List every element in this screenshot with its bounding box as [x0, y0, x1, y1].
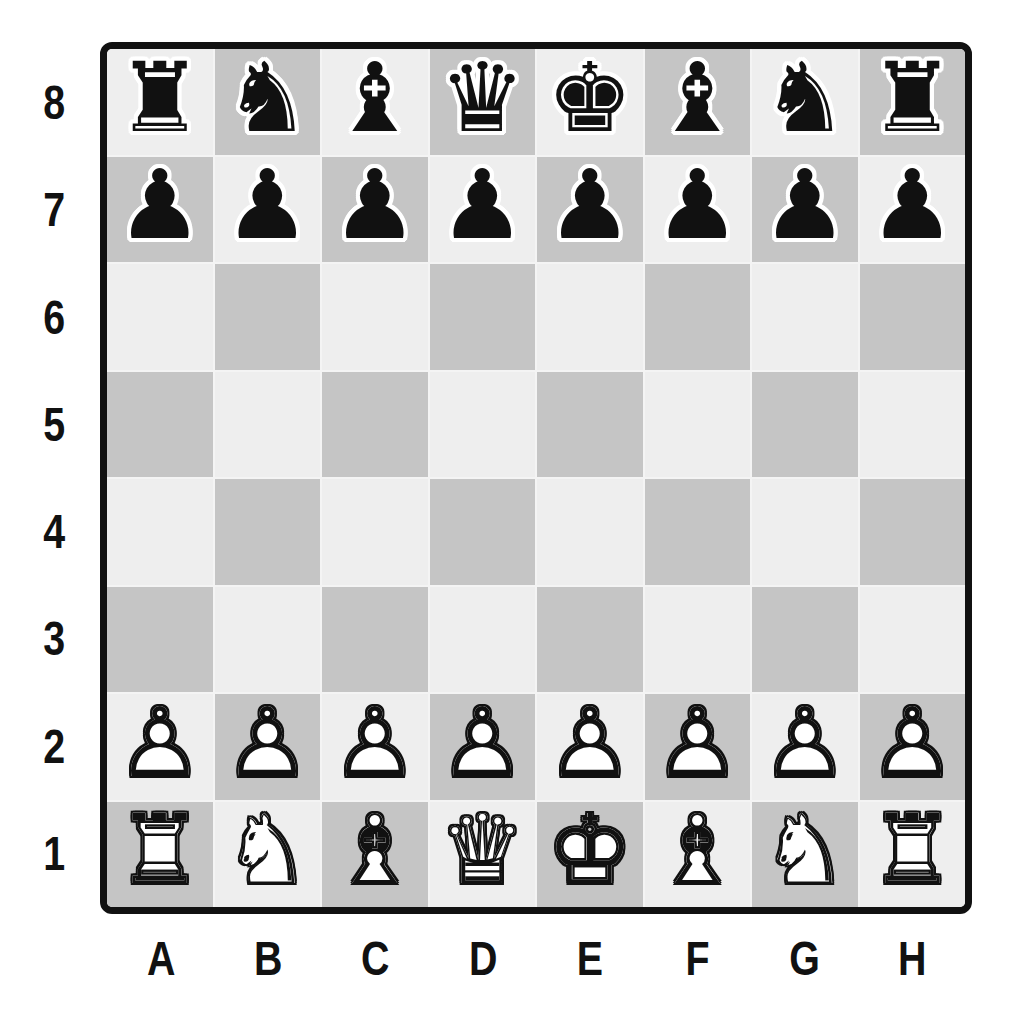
piece-white-pawn: ♟♙ — [869, 695, 955, 791]
white-piece-detail-glyph: ♙ — [654, 695, 740, 791]
piece-black-bishop: ♝ — [654, 50, 740, 146]
file-label-text: H — [898, 931, 926, 986]
black-piece-glyph: ♚ — [547, 50, 633, 146]
square-a1[interactable]: ♜♖ — [107, 802, 213, 908]
square-b3[interactable] — [215, 587, 321, 693]
piece-black-pawn: ♟ — [224, 157, 310, 253]
square-b4[interactable] — [215, 479, 321, 585]
square-f1[interactable]: ♝♗ — [645, 802, 751, 908]
piece-white-pawn: ♟♙ — [654, 695, 740, 791]
square-b2[interactable]: ♟♙ — [215, 694, 321, 800]
square-h7[interactable]: ♟ — [860, 157, 966, 263]
rank-label-text: 7 — [43, 182, 64, 237]
white-piece-detail-glyph: ♙ — [117, 695, 203, 791]
square-e5[interactable] — [537, 372, 643, 478]
black-piece-glyph: ♟ — [869, 157, 955, 253]
square-d1[interactable]: ♛♕ — [430, 802, 536, 908]
square-g2[interactable]: ♟♙ — [752, 694, 858, 800]
square-d6[interactable] — [430, 264, 536, 370]
square-d5[interactable] — [430, 372, 536, 478]
square-f2[interactable]: ♟♙ — [645, 694, 751, 800]
black-piece-glyph: ♟ — [332, 157, 418, 253]
rank-label-text: 8 — [43, 75, 64, 130]
black-piece-glyph: ♝ — [332, 50, 418, 146]
file-label-text: G — [789, 931, 819, 986]
square-f5[interactable] — [645, 372, 751, 478]
square-f4[interactable] — [645, 479, 751, 585]
square-a2[interactable]: ♟♙ — [107, 694, 213, 800]
piece-black-pawn: ♟ — [654, 157, 740, 253]
file-label-a: A — [107, 916, 214, 1000]
white-piece-detail-glyph: ♙ — [332, 695, 418, 791]
piece-black-queen: ♛ — [439, 50, 525, 146]
square-a8[interactable]: ♜ — [107, 49, 213, 155]
rank-label-text: 5 — [43, 397, 64, 452]
piece-black-pawn: ♟ — [439, 157, 525, 253]
square-c8[interactable]: ♝ — [322, 49, 428, 155]
piece-white-pawn: ♟♙ — [332, 695, 418, 791]
square-b7[interactable]: ♟ — [215, 157, 321, 263]
white-piece-detail-glyph: ♙ — [224, 695, 310, 791]
square-g5[interactable] — [752, 372, 858, 478]
piece-white-knight: ♞♘ — [224, 802, 310, 898]
square-c7[interactable]: ♟ — [322, 157, 428, 263]
square-c2[interactable]: ♟♙ — [322, 694, 428, 800]
square-g3[interactable] — [752, 587, 858, 693]
square-h3[interactable] — [860, 587, 966, 693]
piece-white-rook: ♜♖ — [869, 802, 955, 898]
square-a5[interactable] — [107, 372, 213, 478]
square-d3[interactable] — [430, 587, 536, 693]
square-d7[interactable]: ♟ — [430, 157, 536, 263]
piece-white-knight: ♞♘ — [762, 802, 848, 898]
square-g8[interactable]: ♞ — [752, 49, 858, 155]
square-b6[interactable] — [215, 264, 321, 370]
square-d8[interactable]: ♛ — [430, 49, 536, 155]
square-g1[interactable]: ♞♘ — [752, 802, 858, 908]
file-label-g: G — [751, 916, 858, 1000]
rank-label-6: 6 — [14, 264, 94, 371]
file-label-text: A — [147, 931, 175, 986]
square-f6[interactable] — [645, 264, 751, 370]
square-h5[interactable] — [860, 372, 966, 478]
white-piece-detail-glyph: ♙ — [762, 695, 848, 791]
black-piece-glyph: ♟ — [762, 157, 848, 253]
black-piece-glyph: ♞ — [762, 50, 848, 146]
black-piece-glyph: ♛ — [439, 50, 525, 146]
white-piece-detail-glyph: ♗ — [654, 802, 740, 898]
square-g4[interactable] — [752, 479, 858, 585]
rank-label-text: 6 — [43, 290, 64, 345]
black-piece-glyph: ♟ — [439, 157, 525, 253]
file-label-text: C — [361, 931, 389, 986]
black-piece-glyph: ♝ — [654, 50, 740, 146]
rank-label-1: 1 — [14, 800, 94, 907]
piece-black-rook: ♜ — [117, 50, 203, 146]
white-piece-detail-glyph: ♘ — [224, 802, 310, 898]
square-d4[interactable] — [430, 479, 536, 585]
square-d2[interactable]: ♟♙ — [430, 694, 536, 800]
square-e1[interactable]: ♚♔ — [537, 802, 643, 908]
file-labels: ABCDEFGH — [107, 916, 965, 1000]
file-label-text: D — [469, 931, 497, 986]
rank-label-3: 3 — [14, 585, 94, 692]
chess-board: ♜♞♝♛♚♝♞♜♟♟♟♟♟♟♟♟♟♙♟♙♟♙♟♙♟♙♟♙♟♙♟♙♜♖♞♘♝♗♛♕… — [100, 42, 972, 914]
white-piece-detail-glyph: ♘ — [762, 802, 848, 898]
rank-label-2: 2 — [14, 693, 94, 800]
rank-label-8: 8 — [14, 49, 94, 156]
rank-label-5: 5 — [14, 371, 94, 478]
piece-white-king: ♚♔ — [547, 802, 633, 898]
white-piece-detail-glyph: ♔ — [547, 802, 633, 898]
square-f3[interactable] — [645, 587, 751, 693]
piece-white-pawn: ♟♙ — [439, 695, 525, 791]
black-piece-glyph: ♟ — [654, 157, 740, 253]
square-f8[interactable]: ♝ — [645, 49, 751, 155]
black-piece-glyph: ♟ — [224, 157, 310, 253]
square-e6[interactable] — [537, 264, 643, 370]
square-e2[interactable]: ♟♙ — [537, 694, 643, 800]
piece-black-pawn: ♟ — [547, 157, 633, 253]
rank-label-4: 4 — [14, 478, 94, 585]
square-g6[interactable] — [752, 264, 858, 370]
rank-label-text: 4 — [43, 504, 64, 559]
page-background: 87654321 ♜♞♝♛♚♝♞♜♟♟♟♟♟♟♟♟♟♙♟♙♟♙♟♙♟♙♟♙♟♙♟… — [0, 0, 1024, 1024]
square-b1[interactable]: ♞♘ — [215, 802, 321, 908]
white-piece-detail-glyph: ♙ — [869, 695, 955, 791]
file-label-text: F — [685, 931, 708, 986]
square-b5[interactable] — [215, 372, 321, 478]
rank-label-text: 3 — [43, 611, 64, 666]
piece-black-knight: ♞ — [762, 50, 848, 146]
file-label-b: B — [214, 916, 321, 1000]
square-e8[interactable]: ♚ — [537, 49, 643, 155]
square-b8[interactable]: ♞ — [215, 49, 321, 155]
square-e7[interactable]: ♟ — [537, 157, 643, 263]
white-piece-detail-glyph: ♙ — [439, 695, 525, 791]
white-piece-detail-glyph: ♙ — [547, 695, 633, 791]
black-piece-glyph: ♟ — [547, 157, 633, 253]
file-label-text: B — [254, 931, 282, 986]
black-piece-glyph: ♟ — [117, 157, 203, 253]
square-c1[interactable]: ♝♗ — [322, 802, 428, 908]
rank-label-text: 2 — [43, 719, 64, 774]
file-label-h: H — [858, 916, 965, 1000]
white-piece-detail-glyph: ♕ — [439, 802, 525, 898]
piece-black-pawn: ♟ — [117, 157, 203, 253]
piece-white-pawn: ♟♙ — [224, 695, 310, 791]
piece-black-pawn: ♟ — [869, 157, 955, 253]
rank-label-text: 1 — [43, 826, 64, 881]
piece-white-pawn: ♟♙ — [762, 695, 848, 791]
file-label-d: D — [429, 916, 536, 1000]
piece-black-pawn: ♟ — [762, 157, 848, 253]
square-h6[interactable] — [860, 264, 966, 370]
file-label-f: F — [643, 916, 750, 1000]
file-label-text: E — [577, 931, 602, 986]
square-c4[interactable] — [322, 479, 428, 585]
square-a4[interactable] — [107, 479, 213, 585]
square-h2[interactable]: ♟♙ — [860, 694, 966, 800]
piece-white-queen: ♛♕ — [439, 802, 525, 898]
piece-white-bishop: ♝♗ — [332, 802, 418, 898]
piece-white-rook: ♜♖ — [117, 802, 203, 898]
square-c5[interactable] — [322, 372, 428, 478]
square-a7[interactable]: ♟ — [107, 157, 213, 263]
square-e3[interactable] — [537, 587, 643, 693]
piece-black-pawn: ♟ — [332, 157, 418, 253]
black-piece-glyph: ♜ — [869, 50, 955, 146]
piece-white-pawn: ♟♙ — [547, 695, 633, 791]
square-h4[interactable] — [860, 479, 966, 585]
rank-label-7: 7 — [14, 156, 94, 263]
square-h1[interactable]: ♜♖ — [860, 802, 966, 908]
black-piece-glyph: ♜ — [117, 50, 203, 146]
square-c3[interactable] — [322, 587, 428, 693]
piece-white-pawn: ♟♙ — [117, 695, 203, 791]
black-piece-glyph: ♞ — [224, 50, 310, 146]
square-e4[interactable] — [537, 479, 643, 585]
square-a3[interactable] — [107, 587, 213, 693]
square-f7[interactable]: ♟ — [645, 157, 751, 263]
piece-white-bishop: ♝♗ — [654, 802, 740, 898]
square-c6[interactable] — [322, 264, 428, 370]
piece-black-bishop: ♝ — [332, 50, 418, 146]
piece-black-knight: ♞ — [224, 50, 310, 146]
rank-labels: 87654321 — [14, 49, 94, 907]
file-label-e: E — [536, 916, 643, 1000]
white-piece-detail-glyph: ♗ — [332, 802, 418, 898]
square-g7[interactable]: ♟ — [752, 157, 858, 263]
piece-black-rook: ♜ — [869, 50, 955, 146]
square-h8[interactable]: ♜ — [860, 49, 966, 155]
file-label-c: C — [322, 916, 429, 1000]
piece-black-king: ♚ — [547, 50, 633, 146]
square-a6[interactable] — [107, 264, 213, 370]
white-piece-detail-glyph: ♖ — [117, 802, 203, 898]
white-piece-detail-glyph: ♖ — [869, 802, 955, 898]
